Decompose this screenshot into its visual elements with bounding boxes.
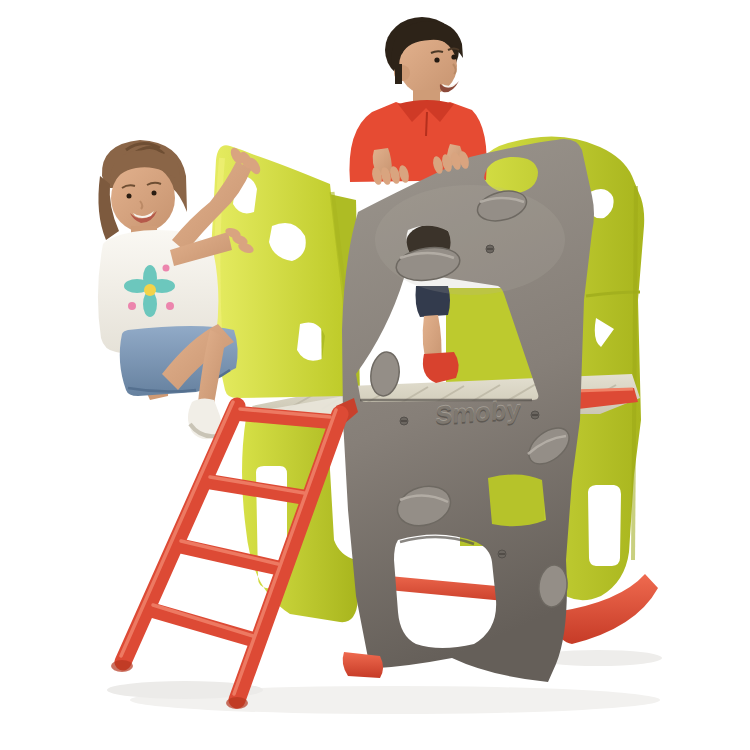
red-foot-left	[343, 652, 383, 678]
climbing-tower-scene: Smoby Smoby Smoby	[0, 0, 750, 750]
product-photo: Smoby Smoby Smoby	[0, 0, 750, 750]
girl-eye-right	[152, 191, 157, 196]
boy-eye-left	[434, 57, 439, 62]
ladder-foot-right	[226, 697, 248, 709]
girl-eye-left	[127, 194, 132, 199]
smoby-logo: Smoby Smoby Smoby	[435, 394, 522, 431]
wall-sheen	[375, 185, 565, 295]
ladder-rung-2	[176, 545, 283, 569]
platform-edge-highlight	[575, 389, 633, 391]
ladder-rung-3	[148, 609, 258, 641]
boy-placket	[426, 112, 427, 136]
red-seat-part	[423, 352, 459, 383]
ladder-foot-left	[111, 660, 133, 672]
grey-climbing-wall: Smoby Smoby Smoby	[342, 139, 594, 682]
boy-sideburn	[395, 64, 402, 84]
boy-eye-right	[451, 54, 456, 59]
